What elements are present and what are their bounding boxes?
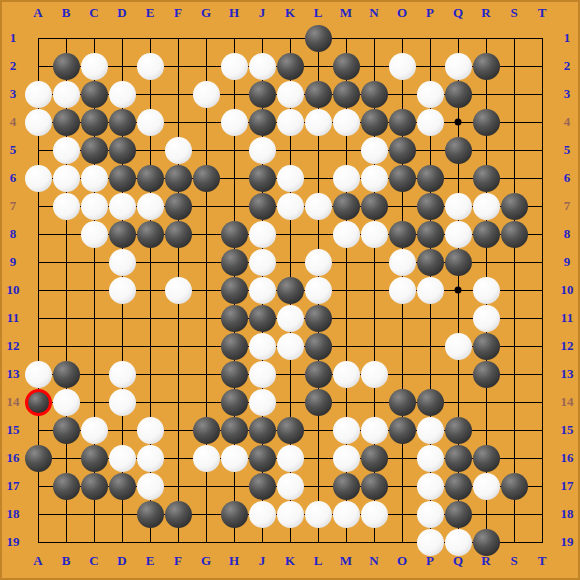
point-P11[interactable]: [416, 304, 444, 332]
point-E7[interactable]: [136, 192, 164, 220]
point-H17[interactable]: [220, 472, 248, 500]
point-E14[interactable]: [136, 388, 164, 416]
point-A5[interactable]: [24, 136, 52, 164]
point-N5[interactable]: [360, 136, 388, 164]
point-O3[interactable]: [388, 80, 416, 108]
point-P2[interactable]: [416, 52, 444, 80]
point-D9[interactable]: [108, 248, 136, 276]
point-E15[interactable]: [136, 416, 164, 444]
point-D11[interactable]: [108, 304, 136, 332]
point-J4[interactable]: [248, 108, 276, 136]
point-T6[interactable]: [528, 164, 556, 192]
point-M3[interactable]: [332, 80, 360, 108]
point-Q14[interactable]: [444, 388, 472, 416]
point-A14[interactable]: [24, 388, 52, 416]
point-F17[interactable]: [164, 472, 192, 500]
point-O14[interactable]: [388, 388, 416, 416]
point-P3[interactable]: [416, 80, 444, 108]
point-Q8[interactable]: [444, 220, 472, 248]
point-F5[interactable]: [164, 136, 192, 164]
point-R9[interactable]: [472, 248, 500, 276]
point-E1[interactable]: [136, 24, 164, 52]
point-F11[interactable]: [164, 304, 192, 332]
point-F16[interactable]: [164, 444, 192, 472]
point-N18[interactable]: [360, 500, 388, 528]
point-D3[interactable]: [108, 80, 136, 108]
point-J18[interactable]: [248, 500, 276, 528]
point-L6[interactable]: [304, 164, 332, 192]
point-D15[interactable]: [108, 416, 136, 444]
point-F6[interactable]: [164, 164, 192, 192]
point-H7[interactable]: [220, 192, 248, 220]
point-T4[interactable]: [528, 108, 556, 136]
point-Q9[interactable]: [444, 248, 472, 276]
point-R2[interactable]: [472, 52, 500, 80]
point-K1[interactable]: [276, 24, 304, 52]
point-K10[interactable]: [276, 276, 304, 304]
point-M17[interactable]: [332, 472, 360, 500]
point-B6[interactable]: [52, 164, 80, 192]
point-Q12[interactable]: [444, 332, 472, 360]
point-S2[interactable]: [500, 52, 528, 80]
point-E2[interactable]: [136, 52, 164, 80]
point-G16[interactable]: [192, 444, 220, 472]
point-D5[interactable]: [108, 136, 136, 164]
point-E16[interactable]: [136, 444, 164, 472]
point-B11[interactable]: [52, 304, 80, 332]
point-O6[interactable]: [388, 164, 416, 192]
point-T2[interactable]: [528, 52, 556, 80]
point-D8[interactable]: [108, 220, 136, 248]
point-B13[interactable]: [52, 360, 80, 388]
point-Q7[interactable]: [444, 192, 472, 220]
point-R6[interactable]: [472, 164, 500, 192]
point-T18[interactable]: [528, 500, 556, 528]
point-T7[interactable]: [528, 192, 556, 220]
point-K9[interactable]: [276, 248, 304, 276]
point-F7[interactable]: [164, 192, 192, 220]
point-G6[interactable]: [192, 164, 220, 192]
point-N17[interactable]: [360, 472, 388, 500]
point-R1[interactable]: [472, 24, 500, 52]
point-D17[interactable]: [108, 472, 136, 500]
point-O1[interactable]: [388, 24, 416, 52]
point-Q3[interactable]: [444, 80, 472, 108]
point-M14[interactable]: [332, 388, 360, 416]
point-L2[interactable]: [304, 52, 332, 80]
point-H18[interactable]: [220, 500, 248, 528]
point-K18[interactable]: [276, 500, 304, 528]
point-K6[interactable]: [276, 164, 304, 192]
point-O11[interactable]: [388, 304, 416, 332]
point-P13[interactable]: [416, 360, 444, 388]
point-O8[interactable]: [388, 220, 416, 248]
point-C16[interactable]: [80, 444, 108, 472]
point-G1[interactable]: [192, 24, 220, 52]
point-D12[interactable]: [108, 332, 136, 360]
point-K4[interactable]: [276, 108, 304, 136]
point-B4[interactable]: [52, 108, 80, 136]
point-F9[interactable]: [164, 248, 192, 276]
point-H10[interactable]: [220, 276, 248, 304]
point-P17[interactable]: [416, 472, 444, 500]
point-O13[interactable]: [388, 360, 416, 388]
point-L16[interactable]: [304, 444, 332, 472]
point-Q18[interactable]: [444, 500, 472, 528]
point-M13[interactable]: [332, 360, 360, 388]
point-E9[interactable]: [136, 248, 164, 276]
point-T12[interactable]: [528, 332, 556, 360]
point-H3[interactable]: [220, 80, 248, 108]
point-O9[interactable]: [388, 248, 416, 276]
point-C8[interactable]: [80, 220, 108, 248]
point-T14[interactable]: [528, 388, 556, 416]
point-C1[interactable]: [80, 24, 108, 52]
point-D4[interactable]: [108, 108, 136, 136]
point-K5[interactable]: [276, 136, 304, 164]
point-S6[interactable]: [500, 164, 528, 192]
point-G2[interactable]: [192, 52, 220, 80]
point-B16[interactable]: [52, 444, 80, 472]
point-C3[interactable]: [80, 80, 108, 108]
point-T5[interactable]: [528, 136, 556, 164]
point-H2[interactable]: [220, 52, 248, 80]
point-J5[interactable]: [248, 136, 276, 164]
point-B3[interactable]: [52, 80, 80, 108]
point-E8[interactable]: [136, 220, 164, 248]
point-N9[interactable]: [360, 248, 388, 276]
point-L7[interactable]: [304, 192, 332, 220]
point-M9[interactable]: [332, 248, 360, 276]
point-R16[interactable]: [472, 444, 500, 472]
point-O4[interactable]: [388, 108, 416, 136]
point-N11[interactable]: [360, 304, 388, 332]
point-S4[interactable]: [500, 108, 528, 136]
point-S1[interactable]: [500, 24, 528, 52]
point-M6[interactable]: [332, 164, 360, 192]
point-J13[interactable]: [248, 360, 276, 388]
point-K3[interactable]: [276, 80, 304, 108]
point-L13[interactable]: [304, 360, 332, 388]
point-M4[interactable]: [332, 108, 360, 136]
point-H12[interactable]: [220, 332, 248, 360]
point-A11[interactable]: [24, 304, 52, 332]
point-S11[interactable]: [500, 304, 528, 332]
point-P8[interactable]: [416, 220, 444, 248]
point-L5[interactable]: [304, 136, 332, 164]
point-R4[interactable]: [472, 108, 500, 136]
point-B10[interactable]: [52, 276, 80, 304]
point-J12[interactable]: [248, 332, 276, 360]
point-E4[interactable]: [136, 108, 164, 136]
point-B2[interactable]: [52, 52, 80, 80]
point-J14[interactable]: [248, 388, 276, 416]
point-R17[interactable]: [472, 472, 500, 500]
point-D6[interactable]: [108, 164, 136, 192]
point-H11[interactable]: [220, 304, 248, 332]
point-D16[interactable]: [108, 444, 136, 472]
point-R10[interactable]: [472, 276, 500, 304]
point-F3[interactable]: [164, 80, 192, 108]
point-G5[interactable]: [192, 136, 220, 164]
point-H15[interactable]: [220, 416, 248, 444]
point-B14[interactable]: [52, 388, 80, 416]
point-G12[interactable]: [192, 332, 220, 360]
point-G3[interactable]: [192, 80, 220, 108]
point-H6[interactable]: [220, 164, 248, 192]
point-N13[interactable]: [360, 360, 388, 388]
point-N6[interactable]: [360, 164, 388, 192]
point-L12[interactable]: [304, 332, 332, 360]
point-Q2[interactable]: [444, 52, 472, 80]
point-G11[interactable]: [192, 304, 220, 332]
point-F18[interactable]: [164, 500, 192, 528]
point-M2[interactable]: [332, 52, 360, 80]
point-O15[interactable]: [388, 416, 416, 444]
point-C5[interactable]: [80, 136, 108, 164]
point-C9[interactable]: [80, 248, 108, 276]
point-Q10[interactable]: [444, 276, 472, 304]
point-R13[interactable]: [472, 360, 500, 388]
point-F10[interactable]: [164, 276, 192, 304]
point-L10[interactable]: [304, 276, 332, 304]
point-N3[interactable]: [360, 80, 388, 108]
point-R14[interactable]: [472, 388, 500, 416]
point-R7[interactable]: [472, 192, 500, 220]
point-F14[interactable]: [164, 388, 192, 416]
point-B5[interactable]: [52, 136, 80, 164]
point-T11[interactable]: [528, 304, 556, 332]
point-M15[interactable]: [332, 416, 360, 444]
point-C10[interactable]: [80, 276, 108, 304]
point-E3[interactable]: [136, 80, 164, 108]
point-R3[interactable]: [472, 80, 500, 108]
point-G4[interactable]: [192, 108, 220, 136]
point-A7[interactable]: [24, 192, 52, 220]
point-C7[interactable]: [80, 192, 108, 220]
point-J3[interactable]: [248, 80, 276, 108]
point-T10[interactable]: [528, 276, 556, 304]
point-E17[interactable]: [136, 472, 164, 500]
point-L3[interactable]: [304, 80, 332, 108]
point-S17[interactable]: [500, 472, 528, 500]
point-O18[interactable]: [388, 500, 416, 528]
point-S8[interactable]: [500, 220, 528, 248]
point-B18[interactable]: [52, 500, 80, 528]
point-K11[interactable]: [276, 304, 304, 332]
point-M18[interactable]: [332, 500, 360, 528]
point-C2[interactable]: [80, 52, 108, 80]
point-A10[interactable]: [24, 276, 52, 304]
point-L1[interactable]: [304, 24, 332, 52]
point-S5[interactable]: [500, 136, 528, 164]
point-G8[interactable]: [192, 220, 220, 248]
point-C14[interactable]: [80, 388, 108, 416]
point-F1[interactable]: [164, 24, 192, 52]
point-G15[interactable]: [192, 416, 220, 444]
point-G18[interactable]: [192, 500, 220, 528]
point-B7[interactable]: [52, 192, 80, 220]
point-E13[interactable]: [136, 360, 164, 388]
point-P4[interactable]: [416, 108, 444, 136]
point-E18[interactable]: [136, 500, 164, 528]
point-G7[interactable]: [192, 192, 220, 220]
point-R11[interactable]: [472, 304, 500, 332]
point-L18[interactable]: [304, 500, 332, 528]
point-J2[interactable]: [248, 52, 276, 80]
point-M1[interactable]: [332, 24, 360, 52]
point-K7[interactable]: [276, 192, 304, 220]
point-G17[interactable]: [192, 472, 220, 500]
point-K2[interactable]: [276, 52, 304, 80]
point-G13[interactable]: [192, 360, 220, 388]
point-S15[interactable]: [500, 416, 528, 444]
point-J8[interactable]: [248, 220, 276, 248]
point-Q15[interactable]: [444, 416, 472, 444]
point-L15[interactable]: [304, 416, 332, 444]
point-O7[interactable]: [388, 192, 416, 220]
point-A18[interactable]: [24, 500, 52, 528]
point-S3[interactable]: [500, 80, 528, 108]
point-R12[interactable]: [472, 332, 500, 360]
point-T15[interactable]: [528, 416, 556, 444]
point-M16[interactable]: [332, 444, 360, 472]
point-L17[interactable]: [304, 472, 332, 500]
point-M10[interactable]: [332, 276, 360, 304]
point-T9[interactable]: [528, 248, 556, 276]
point-N10[interactable]: [360, 276, 388, 304]
point-A8[interactable]: [24, 220, 52, 248]
point-J6[interactable]: [248, 164, 276, 192]
point-F13[interactable]: [164, 360, 192, 388]
point-E12[interactable]: [136, 332, 164, 360]
point-O17[interactable]: [388, 472, 416, 500]
point-O12[interactable]: [388, 332, 416, 360]
point-P6[interactable]: [416, 164, 444, 192]
point-H16[interactable]: [220, 444, 248, 472]
point-C11[interactable]: [80, 304, 108, 332]
point-S9[interactable]: [500, 248, 528, 276]
point-O2[interactable]: [388, 52, 416, 80]
point-D10[interactable]: [108, 276, 136, 304]
point-J9[interactable]: [248, 248, 276, 276]
point-A13[interactable]: [24, 360, 52, 388]
point-C17[interactable]: [80, 472, 108, 500]
point-A16[interactable]: [24, 444, 52, 472]
point-N2[interactable]: [360, 52, 388, 80]
point-E11[interactable]: [136, 304, 164, 332]
point-P16[interactable]: [416, 444, 444, 472]
point-H9[interactable]: [220, 248, 248, 276]
point-H5[interactable]: [220, 136, 248, 164]
point-O10[interactable]: [388, 276, 416, 304]
point-A17[interactable]: [24, 472, 52, 500]
point-C18[interactable]: [80, 500, 108, 528]
point-J1[interactable]: [248, 24, 276, 52]
point-A2[interactable]: [24, 52, 52, 80]
point-B8[interactable]: [52, 220, 80, 248]
point-K16[interactable]: [276, 444, 304, 472]
point-S16[interactable]: [500, 444, 528, 472]
point-E5[interactable]: [136, 136, 164, 164]
point-O16[interactable]: [388, 444, 416, 472]
point-Q11[interactable]: [444, 304, 472, 332]
point-S10[interactable]: [500, 276, 528, 304]
point-K17[interactable]: [276, 472, 304, 500]
point-B17[interactable]: [52, 472, 80, 500]
point-F12[interactable]: [164, 332, 192, 360]
point-N8[interactable]: [360, 220, 388, 248]
point-R8[interactable]: [472, 220, 500, 248]
point-D1[interactable]: [108, 24, 136, 52]
point-S7[interactable]: [500, 192, 528, 220]
point-N14[interactable]: [360, 388, 388, 416]
point-E6[interactable]: [136, 164, 164, 192]
point-Q5[interactable]: [444, 136, 472, 164]
point-G10[interactable]: [192, 276, 220, 304]
point-P9[interactable]: [416, 248, 444, 276]
point-P15[interactable]: [416, 416, 444, 444]
point-R15[interactable]: [472, 416, 500, 444]
point-P18[interactable]: [416, 500, 444, 528]
point-P7[interactable]: [416, 192, 444, 220]
point-N12[interactable]: [360, 332, 388, 360]
point-M11[interactable]: [332, 304, 360, 332]
point-H13[interactable]: [220, 360, 248, 388]
point-B1[interactable]: [52, 24, 80, 52]
point-F2[interactable]: [164, 52, 192, 80]
point-B9[interactable]: [52, 248, 80, 276]
point-Q13[interactable]: [444, 360, 472, 388]
point-K14[interactable]: [276, 388, 304, 416]
point-H1[interactable]: [220, 24, 248, 52]
point-O5[interactable]: [388, 136, 416, 164]
point-Q16[interactable]: [444, 444, 472, 472]
point-E10[interactable]: [136, 276, 164, 304]
point-C15[interactable]: [80, 416, 108, 444]
point-Q4[interactable]: [444, 108, 472, 136]
point-D18[interactable]: [108, 500, 136, 528]
point-S14[interactable]: [500, 388, 528, 416]
point-A4[interactable]: [24, 108, 52, 136]
point-M7[interactable]: [332, 192, 360, 220]
point-D7[interactable]: [108, 192, 136, 220]
point-K12[interactable]: [276, 332, 304, 360]
point-T8[interactable]: [528, 220, 556, 248]
point-J15[interactable]: [248, 416, 276, 444]
point-Q1[interactable]: [444, 24, 472, 52]
point-J7[interactable]: [248, 192, 276, 220]
point-P14[interactable]: [416, 388, 444, 416]
point-M8[interactable]: [332, 220, 360, 248]
point-H4[interactable]: [220, 108, 248, 136]
point-P1[interactable]: [416, 24, 444, 52]
point-B12[interactable]: [52, 332, 80, 360]
point-F15[interactable]: [164, 416, 192, 444]
point-D14[interactable]: [108, 388, 136, 416]
point-L4[interactable]: [304, 108, 332, 136]
point-T13[interactable]: [528, 360, 556, 388]
point-K13[interactable]: [276, 360, 304, 388]
point-R18[interactable]: [472, 500, 500, 528]
point-A1[interactable]: [24, 24, 52, 52]
point-F4[interactable]: [164, 108, 192, 136]
point-J16[interactable]: [248, 444, 276, 472]
point-Q6[interactable]: [444, 164, 472, 192]
point-T17[interactable]: [528, 472, 556, 500]
point-K8[interactable]: [276, 220, 304, 248]
point-J11[interactable]: [248, 304, 276, 332]
